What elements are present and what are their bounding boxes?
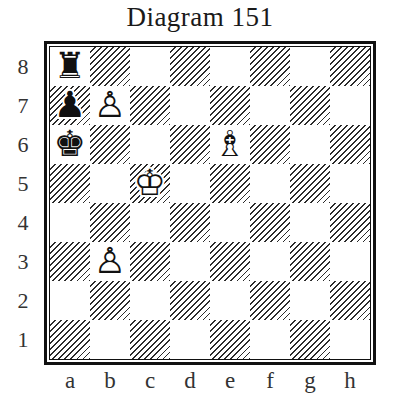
square-d5 (170, 164, 210, 203)
square-a1 (50, 320, 90, 359)
square-h2 (330, 281, 370, 320)
square-g5 (290, 164, 330, 203)
file-label-e: e (210, 366, 250, 396)
square-b6 (90, 125, 130, 164)
square-f8 (250, 47, 290, 86)
square-g7 (290, 86, 330, 125)
square-d3 (170, 242, 210, 281)
square-f6 (250, 125, 290, 164)
square-a6: ♚♚ (50, 125, 90, 164)
square-g4 (290, 203, 330, 242)
square-c7 (130, 86, 170, 125)
rank-label-2: 2 (10, 281, 36, 320)
rank-labels: 87654321 (10, 47, 36, 359)
square-g6 (290, 125, 330, 164)
file-label-c: c (130, 366, 170, 396)
square-h4 (330, 203, 370, 242)
square-a4 (50, 203, 90, 242)
file-label-a: a (50, 366, 90, 396)
square-c4 (130, 203, 170, 242)
file-label-h: h (330, 366, 370, 396)
square-d1 (170, 320, 210, 359)
square-e7 (210, 86, 250, 125)
square-d6 (170, 125, 210, 164)
square-e6: ♝♗ (210, 125, 250, 164)
file-label-d: d (170, 366, 210, 396)
board-border: ♜♜♟♟♟♙♚♚♝♗♚♔♟♙ (44, 41, 376, 365)
square-b1 (90, 320, 130, 359)
square-c2 (130, 281, 170, 320)
chess-board: ♜♜♟♟♟♙♚♚♝♗♚♔♟♙ (50, 47, 370, 359)
square-e2 (210, 281, 250, 320)
square-d4 (170, 203, 210, 242)
square-h6 (330, 125, 370, 164)
square-b8 (90, 47, 130, 86)
square-g3 (290, 242, 330, 281)
square-b4 (90, 203, 130, 242)
black-king: ♚♚ (50, 125, 90, 164)
rank-label-8: 8 (10, 47, 36, 86)
square-g8 (290, 47, 330, 86)
square-e1 (210, 320, 250, 359)
square-c6 (130, 125, 170, 164)
square-e3 (210, 242, 250, 281)
rank-label-4: 4 (10, 203, 36, 242)
diagram-title: Diagram 151 (0, 2, 400, 33)
white-pawn: ♟♙ (90, 86, 130, 125)
rank-label-1: 1 (10, 320, 36, 359)
square-f7 (250, 86, 290, 125)
square-d8 (170, 47, 210, 86)
square-c8 (130, 47, 170, 86)
square-h8 (330, 47, 370, 86)
square-f2 (250, 281, 290, 320)
square-a8: ♜♜ (50, 47, 90, 86)
square-a2 (50, 281, 90, 320)
square-d7 (170, 86, 210, 125)
square-a7: ♟♟ (50, 86, 90, 125)
square-g2 (290, 281, 330, 320)
square-e5 (210, 164, 250, 203)
square-d2 (170, 281, 210, 320)
square-h5 (330, 164, 370, 203)
square-f1 (250, 320, 290, 359)
square-a5 (50, 164, 90, 203)
square-f4 (250, 203, 290, 242)
white-bishop: ♝♗ (210, 125, 250, 164)
square-h1 (330, 320, 370, 359)
square-b7: ♟♙ (90, 86, 130, 125)
black-pawn: ♟♟ (50, 86, 90, 125)
square-a3 (50, 242, 90, 281)
square-c1 (130, 320, 170, 359)
square-f3 (250, 242, 290, 281)
square-h7 (330, 86, 370, 125)
square-c3 (130, 242, 170, 281)
square-f5 (250, 164, 290, 203)
board-inner-border: ♜♜♟♟♟♙♚♚♝♗♚♔♟♙ (49, 46, 371, 360)
white-pawn: ♟♙ (90, 242, 130, 281)
rank-label-7: 7 (10, 86, 36, 125)
file-label-g: g (290, 366, 330, 396)
rank-label-6: 6 (10, 125, 36, 164)
file-labels: abcdefgh (50, 366, 370, 396)
rank-label-3: 3 (10, 242, 36, 281)
file-label-b: b (90, 366, 130, 396)
file-label-f: f (250, 366, 290, 396)
square-g1 (290, 320, 330, 359)
square-b5 (90, 164, 130, 203)
square-c5: ♚♔ (130, 164, 170, 203)
square-e8 (210, 47, 250, 86)
white-king: ♚♔ (130, 164, 170, 203)
square-b3: ♟♙ (90, 242, 130, 281)
square-b2 (90, 281, 130, 320)
rank-label-5: 5 (10, 164, 36, 203)
black-rook: ♜♜ (50, 47, 90, 86)
square-h3 (330, 242, 370, 281)
square-e4 (210, 203, 250, 242)
